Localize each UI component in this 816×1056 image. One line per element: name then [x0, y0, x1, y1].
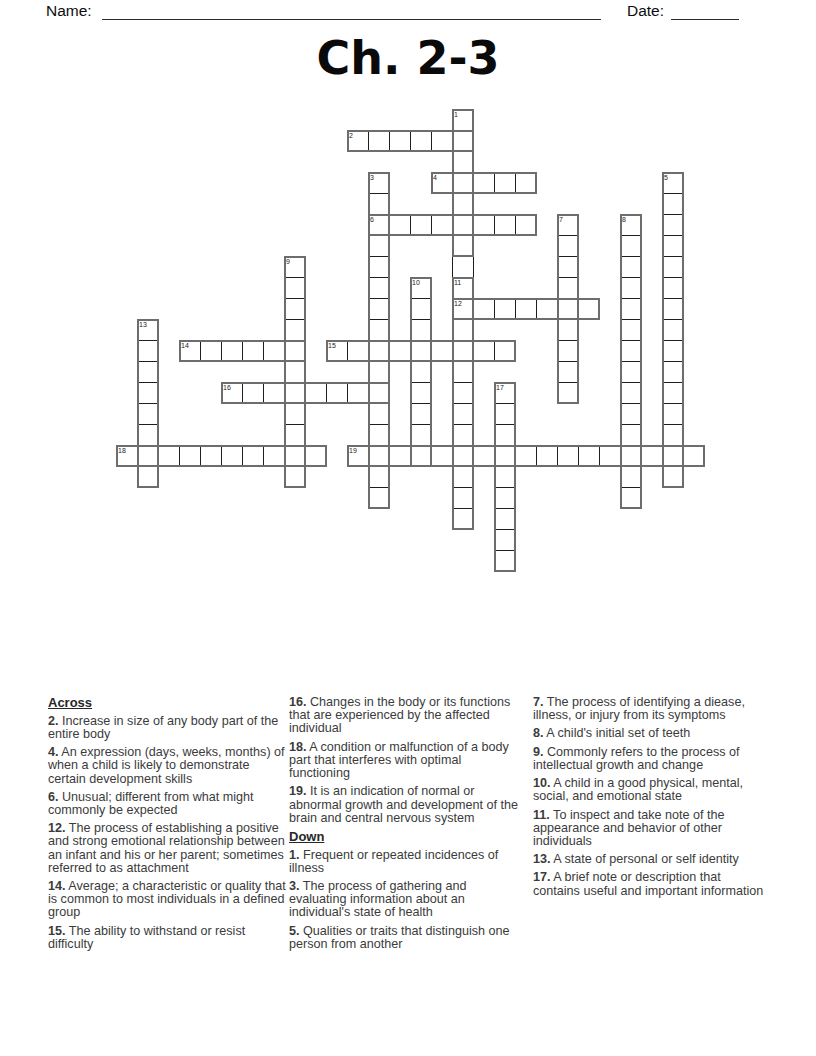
clue-item: 5. Qualities or traits that distinguish …: [289, 925, 520, 951]
grid-cell[interactable]: [368, 466, 390, 488]
grid-cell[interactable]: [452, 508, 474, 530]
grid-cell[interactable]: [284, 277, 306, 299]
clue-number: 10.: [533, 776, 551, 790]
grid-cell[interactable]: [557, 298, 579, 320]
grid-cell[interactable]: [263, 382, 285, 404]
grid-cell[interactable]: [452, 256, 474, 278]
clue-list-header: Across: [48, 696, 286, 710]
grid-cell[interactable]: [452, 130, 474, 152]
grid-cell[interactable]: [158, 445, 180, 467]
crossword-grid: 12345678910111213141516171819: [116, 109, 706, 573]
grid-cell[interactable]: [242, 382, 264, 404]
grid-cell[interactable]: [368, 298, 390, 320]
grid-cell[interactable]: [620, 466, 642, 488]
clue-item: 13. A state of personal or self identity: [533, 853, 769, 866]
grid-cell[interactable]: [305, 445, 327, 467]
grid-cell[interactable]: [662, 466, 684, 488]
grid-cell[interactable]: [620, 235, 642, 257]
clue-item: 6. Unusual; different from what might co…: [48, 791, 286, 817]
grid-cell[interactable]: [368, 445, 390, 467]
clue-item: 3. The process of gathering and evaluati…: [289, 880, 520, 920]
grid-cell[interactable]: [410, 382, 432, 404]
grid-cell[interactable]: [410, 424, 432, 446]
grid-cell[interactable]: [536, 298, 558, 320]
grid-cell[interactable]: [368, 193, 390, 215]
clue-number: 12.: [48, 821, 66, 835]
grid-cell[interactable]: [620, 403, 642, 425]
grid-cell[interactable]: [452, 340, 474, 362]
grid-cell[interactable]: [368, 277, 390, 299]
clue-text: Changes in the body or its functions tha…: [289, 695, 510, 735]
grid-cell[interactable]: [242, 340, 264, 362]
clue-column-3: 7. The process of identifying a diease, …: [533, 696, 769, 903]
clue-text: A state of personal or self identity: [553, 852, 739, 866]
grid-cell[interactable]: [620, 424, 642, 446]
grid-cell[interactable]: [368, 319, 390, 341]
grid-cell[interactable]: [578, 298, 600, 320]
grid-cell[interactable]: [137, 445, 159, 467]
clue-text: Qualities or traits that distinguish one…: [289, 924, 510, 951]
clue-text: To inspect and take note of the appearan…: [533, 808, 725, 848]
grid-cell[interactable]: [494, 550, 516, 572]
grid-cell[interactable]: [515, 298, 537, 320]
clue-text: The ability to withstand or resist diffi…: [48, 924, 245, 951]
grid-cell[interactable]: [284, 403, 306, 425]
grid-cell[interactable]: [620, 445, 642, 467]
grid-cell[interactable]: [347, 382, 369, 404]
grid-cell[interactable]: [662, 298, 684, 320]
grid-cell[interactable]: [662, 235, 684, 257]
clue-item: 15. The ability to withstand or resist d…: [48, 925, 286, 951]
clue-number: 3.: [289, 879, 300, 893]
grid-cell[interactable]: [137, 361, 159, 383]
grid-cell[interactable]: [368, 340, 390, 362]
grid-cell[interactable]: [368, 424, 390, 446]
cell-number-1: 1: [454, 111, 458, 118]
grid-cell[interactable]: [494, 172, 516, 194]
grid-cell[interactable]: [494, 529, 516, 551]
clue-number: 6.: [48, 790, 59, 804]
grid-cell[interactable]: [494, 214, 516, 236]
name-label: Name:: [46, 2, 92, 20]
clue-item: 11. To inspect and take note of the appe…: [533, 809, 769, 849]
clue-text: A child in a good physical, mental, soci…: [533, 776, 743, 803]
clue-text: Increase in size of any body part of the…: [48, 714, 278, 741]
cell-number-10: 10: [412, 279, 420, 286]
grid-cell[interactable]: [368, 403, 390, 425]
cell-number-15: 15: [328, 342, 336, 349]
grid-cell[interactable]: [557, 319, 579, 341]
grid-cell[interactable]: [284, 424, 306, 446]
grid-cell[interactable]: [284, 361, 306, 383]
clue-text: The process of establishing a positive a…: [48, 821, 285, 875]
grid-cell[interactable]: [473, 445, 495, 467]
grid-cell[interactable]: [410, 340, 432, 362]
clue-number: 4.: [48, 745, 59, 759]
grid-cell[interactable]: [410, 130, 432, 152]
grid-cell[interactable]: [200, 445, 222, 467]
grid-cell[interactable]: [368, 256, 390, 278]
grid-cell[interactable]: [368, 235, 390, 257]
grid-cell[interactable]: [662, 340, 684, 362]
grid-cell[interactable]: [620, 382, 642, 404]
clue-list-header: Down: [289, 830, 520, 844]
date-field-line[interactable]: [671, 19, 739, 20]
clue-text: The process of gathering and evaluating …: [289, 879, 467, 919]
clue-number: 1.: [289, 848, 300, 862]
cell-number-18: 18: [118, 447, 126, 454]
clue-text: A child's initial set of teeth: [546, 726, 690, 740]
grid-cell[interactable]: [515, 445, 537, 467]
cell-number-8: 8: [622, 216, 626, 223]
cell-number-19: 19: [349, 447, 357, 454]
cell-number-11: 11: [454, 279, 461, 286]
grid-cell[interactable]: [221, 340, 243, 362]
clue-number: 19.: [289, 784, 307, 798]
grid-cell[interactable]: [620, 319, 642, 341]
grid-cell[interactable]: [620, 361, 642, 383]
clue-item: 4. An expression (days, weeks, months) o…: [48, 746, 286, 786]
grid-cell[interactable]: [536, 445, 558, 467]
grid-cell[interactable]: [410, 214, 432, 236]
clue-number: 5.: [289, 924, 300, 938]
cell-number-5: 5: [664, 174, 668, 181]
grid-cell[interactable]: [389, 445, 411, 467]
grid-cell[interactable]: [284, 445, 306, 467]
clue-text: Average; a characteristic or quality tha…: [48, 879, 286, 919]
cell-number-14: 14: [181, 342, 189, 349]
grid-cell[interactable]: [263, 340, 285, 362]
page-title: Ch. 2-3: [0, 33, 816, 84]
grid-cell[interactable]: [410, 319, 432, 341]
cell-number-2: 2: [349, 132, 353, 139]
grid-cell[interactable]: [452, 424, 474, 446]
grid-cell[interactable]: [494, 508, 516, 530]
grid-cell[interactable]: [242, 445, 264, 467]
clue-number: 14.: [48, 879, 66, 893]
grid-cell[interactable]: [137, 340, 159, 362]
clue-number: 2.: [48, 714, 59, 728]
grid-cell[interactable]: [284, 466, 306, 488]
grid-cell[interactable]: [431, 130, 453, 152]
clue-item: 17. A brief note or description that con…: [533, 871, 769, 897]
grid-cell[interactable]: [557, 277, 579, 299]
grid-cell[interactable]: [263, 445, 285, 467]
clue-item: 12. The process of establishing a positi…: [48, 822, 286, 875]
grid-cell[interactable]: [347, 340, 369, 362]
grid-cell[interactable]: [662, 193, 684, 215]
grid-cell[interactable]: [494, 424, 516, 446]
clue-item: 14. Average; a characteristic or quality…: [48, 880, 286, 920]
clue-text: Commonly refers to the process of intell…: [533, 745, 740, 772]
grid-cell[interactable]: [410, 403, 432, 425]
grid-cell[interactable]: [368, 130, 390, 152]
grid-cell[interactable]: [599, 445, 621, 467]
grid-cell[interactable]: [137, 403, 159, 425]
grid-cell[interactable]: [389, 214, 411, 236]
grid-cell[interactable]: [494, 487, 516, 509]
grid-cell[interactable]: [557, 445, 579, 467]
grid-cell[interactable]: [557, 340, 579, 362]
grid-cell[interactable]: [452, 214, 474, 236]
grid-cell[interactable]: [620, 256, 642, 278]
grid-cell[interactable]: [473, 340, 495, 362]
clue-text: A condition or malfunction of a body par…: [289, 740, 509, 780]
grid-cell[interactable]: [284, 340, 306, 362]
grid-cell[interactable]: [515, 172, 537, 194]
cell-number-16: 16: [223, 384, 231, 391]
grid-cell[interactable]: [452, 151, 474, 173]
grid-cell[interactable]: [221, 445, 243, 467]
cell-number-7: 7: [559, 216, 563, 223]
grid-cell[interactable]: [410, 361, 432, 383]
clue-text: Unusual; different from what might commo…: [48, 790, 254, 817]
grid-cell[interactable]: [557, 382, 579, 404]
cell-number-9: 9: [286, 258, 290, 265]
grid-cell[interactable]: [494, 403, 516, 425]
clue-text: Frequent or repeated incidences of illne…: [289, 848, 498, 875]
clue-item: 16. Changes in the body or its functions…: [289, 696, 520, 736]
grid-cell[interactable]: [641, 445, 663, 467]
clue-number: 13.: [533, 852, 551, 866]
grid-cell[interactable]: [368, 361, 390, 383]
date-label: Date:: [627, 2, 664, 20]
grid-cell[interactable]: [494, 466, 516, 488]
clue-number: 8.: [533, 726, 544, 740]
name-field-line[interactable]: [102, 19, 601, 20]
grid-cell[interactable]: [200, 340, 222, 362]
grid-cell[interactable]: [452, 361, 474, 383]
clue-item: 19. It is an indication of normal or abn…: [289, 785, 520, 825]
grid-cell[interactable]: [452, 235, 474, 257]
grid-cell[interactable]: [326, 382, 348, 404]
grid-cell[interactable]: [410, 445, 432, 467]
grid-cell[interactable]: [662, 214, 684, 236]
clue-number: 7.: [533, 695, 544, 709]
grid-cell[interactable]: [284, 382, 306, 404]
grid-cell[interactable]: [431, 340, 453, 362]
grid-cell[interactable]: [284, 298, 306, 320]
grid-cell[interactable]: [557, 361, 579, 383]
grid-cell[interactable]: [473, 298, 495, 320]
cell-number-12: 12: [454, 300, 462, 307]
grid-cell[interactable]: [137, 424, 159, 446]
clue-item: 8. A child's initial set of teeth: [533, 727, 769, 740]
grid-cell[interactable]: [662, 403, 684, 425]
grid-cell[interactable]: [578, 445, 600, 467]
grid-cell[interactable]: [452, 193, 474, 215]
grid-cell[interactable]: [431, 445, 453, 467]
clue-text: A brief note or description that contain…: [533, 870, 763, 897]
clue-number: 11.: [533, 808, 550, 822]
grid-cell[interactable]: [662, 277, 684, 299]
grid-cell[interactable]: [620, 487, 642, 509]
grid-cell[interactable]: [137, 382, 159, 404]
clue-column-2: 16. Changes in the body or its functions…: [289, 696, 520, 956]
clue-item: 2. Increase in size of any body part of …: [48, 715, 286, 741]
clue-item: 9. Commonly refers to the process of int…: [533, 746, 769, 772]
grid-cell[interactable]: [494, 445, 516, 467]
grid-cell[interactable]: [662, 445, 684, 467]
grid-cell[interactable]: [662, 256, 684, 278]
clue-number: 15.: [48, 924, 66, 938]
grid-cell[interactable]: [494, 340, 516, 362]
grid-cell[interactable]: [452, 172, 474, 194]
grid-cell[interactable]: [305, 382, 327, 404]
cell-number-3: 3: [370, 174, 374, 181]
grid-cell[interactable]: [662, 424, 684, 446]
clue-text: It is an indication of normal or abnorma…: [289, 784, 518, 824]
grid-cell[interactable]: [557, 235, 579, 257]
grid-cell[interactable]: [452, 445, 474, 467]
grid-cell[interactable]: [620, 340, 642, 362]
grid-cell[interactable]: [473, 172, 495, 194]
grid-cell[interactable]: [389, 130, 411, 152]
grid-cell[interactable]: [662, 319, 684, 341]
clue-item: 1. Frequent or repeated incidences of il…: [289, 849, 520, 875]
grid-cell[interactable]: [368, 382, 390, 404]
grid-cell[interactable]: [368, 487, 390, 509]
cell-number-13: 13: [139, 321, 147, 328]
cell-number-6: 6: [370, 216, 374, 223]
grid-cell[interactable]: [179, 445, 201, 467]
clue-text: An expression (days, weeks, months) of w…: [48, 745, 285, 785]
clue-number: 16.: [289, 695, 307, 709]
grid-cell[interactable]: [452, 319, 474, 341]
grid-cell[interactable]: [557, 256, 579, 278]
grid-cell[interactable]: [452, 403, 474, 425]
clue-item: 7. The process of identifying a diease, …: [533, 696, 769, 722]
grid-cell[interactable]: [515, 214, 537, 236]
clue-item: 18. A condition or malfunction of a body…: [289, 741, 520, 781]
grid-cell[interactable]: [452, 382, 474, 404]
grid-cell[interactable]: [473, 214, 495, 236]
cell-number-17: 17: [496, 384, 504, 391]
clue-item: 10. A child in a good physical, mental, …: [533, 777, 769, 803]
grid-cell[interactable]: [284, 319, 306, 341]
worksheet-page: Name: Date: Ch. 2-3 12345678910111213141…: [0, 0, 816, 1056]
grid-cell[interactable]: [389, 340, 411, 362]
grid-cell[interactable]: [620, 277, 642, 299]
grid-cell[interactable]: [494, 298, 516, 320]
clue-text: The process of identifying a diease, ill…: [533, 695, 745, 722]
grid-cell[interactable]: [620, 298, 642, 320]
clue-number: 18.: [289, 740, 307, 754]
cell-number-4: 4: [433, 174, 437, 181]
clue-number: 17.: [533, 870, 551, 884]
grid-cell[interactable]: [683, 445, 705, 467]
grid-cell[interactable]: [431, 214, 453, 236]
grid-cell[interactable]: [137, 466, 159, 488]
grid-cell[interactable]: [662, 382, 684, 404]
grid-cell[interactable]: [410, 298, 432, 320]
grid-cell[interactable]: [662, 361, 684, 383]
grid-cell[interactable]: [452, 466, 474, 488]
grid-cell[interactable]: [452, 487, 474, 509]
clue-number: 9.: [533, 745, 544, 759]
clue-column-1: Across2. Increase in size of any body pa…: [48, 696, 286, 956]
